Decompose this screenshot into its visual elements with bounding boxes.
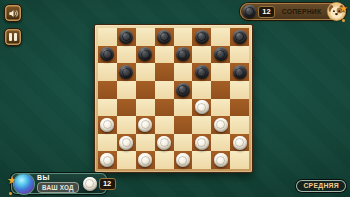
difficulty-badge: СРЕДНЯЯ — [296, 180, 346, 192]
black-checker-piece[interactable] — [176, 83, 190, 97]
square-c5[interactable] — [136, 81, 155, 99]
square-f2[interactable] — [192, 134, 211, 152]
black-checker-piece[interactable] — [233, 65, 247, 79]
square-c6[interactable] — [136, 63, 155, 81]
square-g8[interactable] — [211, 28, 230, 46]
square-f3[interactable] — [192, 116, 211, 134]
square-h5[interactable] — [230, 81, 249, 99]
square-c4[interactable] — [136, 99, 155, 117]
player-panel: ★ ВЫ ВАШ ХОД 12 — [11, 173, 107, 194]
white-checker-piece[interactable] — [119, 136, 133, 150]
square-h3[interactable] — [230, 116, 249, 134]
game-screen: 12 СОПЕРНИК ★ ★ ВЫ ВАШ ХОД — [0, 0, 350, 197]
turn-indicator: ВАШ ХОД — [37, 182, 79, 193]
opponent-star-dot — [342, 19, 345, 22]
square-e7[interactable] — [174, 46, 193, 64]
square-c1[interactable] — [136, 151, 155, 169]
square-c8[interactable] — [136, 28, 155, 46]
opponent-piece-count: 12 — [258, 6, 275, 18]
square-f1[interactable] — [192, 151, 211, 169]
square-d5[interactable] — [155, 81, 174, 99]
square-d8[interactable] — [155, 28, 174, 46]
square-d6[interactable] — [155, 63, 174, 81]
pause-button[interactable] — [4, 28, 22, 46]
square-a3[interactable] — [98, 116, 117, 134]
square-e4[interactable] — [174, 99, 193, 117]
square-f8[interactable] — [192, 28, 211, 46]
square-b1[interactable] — [117, 151, 136, 169]
player-star-dot — [9, 192, 12, 195]
square-a1[interactable] — [98, 151, 117, 169]
opponent-name: СОПЕРНИК — [275, 8, 328, 15]
square-h7[interactable] — [230, 46, 249, 64]
square-h4[interactable] — [230, 99, 249, 117]
square-d1[interactable] — [155, 151, 174, 169]
square-b6[interactable] — [117, 63, 136, 81]
square-g4[interactable] — [211, 99, 230, 117]
square-b7[interactable] — [117, 46, 136, 64]
black-checker-piece[interactable] — [138, 47, 152, 61]
white-checker-piece[interactable] — [138, 153, 152, 167]
speaker-icon — [8, 8, 19, 19]
black-checker-piece[interactable] — [119, 65, 133, 79]
square-b2[interactable] — [117, 134, 136, 152]
white-checker-piece[interactable] — [157, 136, 171, 150]
square-g5[interactable] — [211, 81, 230, 99]
square-b3[interactable] — [117, 116, 136, 134]
square-b4[interactable] — [117, 99, 136, 117]
black-checker-piece[interactable] — [157, 30, 171, 44]
sound-button[interactable] — [4, 4, 22, 22]
pause-icon — [8, 33, 18, 41]
black-checker-piece[interactable] — [195, 30, 209, 44]
square-d4[interactable] — [155, 99, 174, 117]
square-h8[interactable] — [230, 28, 249, 46]
square-e1[interactable] — [174, 151, 193, 169]
square-g6[interactable] — [211, 63, 230, 81]
square-c2[interactable] — [136, 134, 155, 152]
white-checker-piece[interactable] — [138, 118, 152, 132]
square-f5[interactable] — [192, 81, 211, 99]
square-f4[interactable] — [192, 99, 211, 117]
square-h6[interactable] — [230, 63, 249, 81]
square-d3[interactable] — [155, 116, 174, 134]
white-checker-piece[interactable] — [176, 153, 190, 167]
square-c7[interactable] — [136, 46, 155, 64]
white-checker-piece[interactable] — [214, 153, 228, 167]
black-checker-piece[interactable] — [214, 47, 228, 61]
square-a7[interactable] — [98, 46, 117, 64]
square-g2[interactable] — [211, 134, 230, 152]
square-f7[interactable] — [192, 46, 211, 64]
square-h2[interactable] — [230, 134, 249, 152]
player-piece-icon — [83, 177, 97, 191]
square-e5[interactable] — [174, 81, 193, 99]
opponent-star-icon: ★ — [339, 4, 348, 14]
player-name: ВЫ — [37, 174, 79, 181]
black-checker-piece[interactable] — [119, 30, 133, 44]
white-checker-piece[interactable] — [195, 136, 209, 150]
square-g7[interactable] — [211, 46, 230, 64]
square-g3[interactable] — [211, 116, 230, 134]
square-f6[interactable] — [192, 63, 211, 81]
white-checker-piece[interactable] — [100, 153, 114, 167]
black-checker-piece[interactable] — [100, 47, 114, 61]
square-g1[interactable] — [211, 151, 230, 169]
player-piece-count: 12 — [99, 178, 116, 190]
square-c3[interactable] — [136, 116, 155, 134]
opponent-panel: 12 СОПЕРНИК ★ — [240, 3, 346, 20]
square-a5[interactable] — [98, 81, 117, 99]
white-checker-piece[interactable] — [214, 118, 228, 132]
board — [94, 24, 253, 173]
square-a6[interactable] — [98, 63, 117, 81]
square-b5[interactable] — [117, 81, 136, 99]
square-h1[interactable] — [230, 151, 249, 169]
square-e6[interactable] — [174, 63, 193, 81]
square-e8[interactable] — [174, 28, 193, 46]
black-checker-piece[interactable] — [176, 47, 190, 61]
black-checker-piece[interactable] — [233, 30, 247, 44]
square-d2[interactable] — [155, 134, 174, 152]
square-a8[interactable] — [98, 28, 117, 46]
player-avatar — [14, 174, 34, 194]
opponent-piece-icon — [243, 5, 256, 18]
square-e2[interactable] — [174, 134, 193, 152]
square-d7[interactable] — [155, 46, 174, 64]
white-checker-piece[interactable] — [233, 136, 247, 150]
square-a2[interactable] — [98, 134, 117, 152]
white-checker-piece[interactable] — [100, 118, 114, 132]
black-checker-piece[interactable] — [195, 65, 209, 79]
square-b8[interactable] — [117, 28, 136, 46]
white-checker-piece[interactable] — [195, 100, 209, 114]
square-e3[interactable] — [174, 116, 193, 134]
square-a4[interactable] — [98, 99, 117, 117]
